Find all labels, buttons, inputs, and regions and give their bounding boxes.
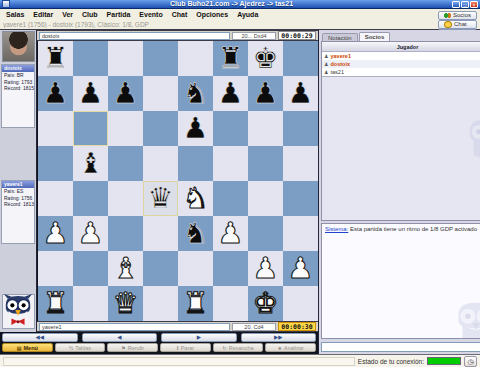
- member-row-dostoix[interactable]: ♟dostoixBR1793: [322, 60, 480, 68]
- square-h6[interactable]: [283, 111, 318, 146]
- rendir-button[interactable]: ⚑Rendir: [107, 343, 158, 352]
- square-d7[interactable]: [143, 76, 178, 111]
- member-row-tas21[interactable]: ♟tas21ES1928: [322, 68, 480, 76]
- square-g3[interactable]: [248, 216, 283, 251]
- analizar-button[interactable]: ★Analizar: [265, 343, 316, 352]
- square-b5[interactable]: ♝: [73, 146, 108, 181]
- status-spacer: [3, 357, 355, 366]
- white-rook[interactable]: ♜: [43, 289, 69, 318]
- owl-watermark: [466, 117, 480, 163]
- main-area: dostoix País: BR Rating: 1793 Récord: 18…: [0, 30, 480, 354]
- square-d6[interactable]: [143, 111, 178, 146]
- member-name: dostoix: [330, 61, 350, 67]
- black-pawn[interactable]: ♟: [218, 79, 244, 108]
- clock-icon[interactable]: ◷: [464, 356, 477, 367]
- square-e1[interactable]: ♜: [178, 286, 213, 321]
- prev-move-button[interactable]: ◀: [82, 333, 158, 342]
- members-table: Jugador País ELO ♟yavere1ES1756♟dostoixB…: [322, 42, 480, 77]
- opponent-last-move: 20... Dxd4: [232, 32, 276, 40]
- analyze-icon: ★: [278, 345, 282, 351]
- system-sender-link[interactable]: Sistema:: [325, 226, 348, 232]
- player-card: yavere1 País: ES Rating: 1756 Récord: 18…: [1, 180, 35, 244]
- square-c4[interactable]: [108, 181, 143, 216]
- member-name: yavere1: [330, 53, 351, 59]
- square-c5[interactable]: [108, 146, 143, 181]
- socios-panel: Jugador País ELO ♟yavere1ES1756♟dostoixB…: [321, 41, 480, 221]
- owl-watermark: [454, 300, 480, 339]
- window-title: Club Buho21.com -> Ajedrez -> tas21: [12, 0, 451, 8]
- table-header: Jugador País ELO: [322, 42, 480, 52]
- parar-button-label: Parar: [181, 345, 194, 351]
- player-name: yavere1: [2, 181, 34, 188]
- square-c2[interactable]: ♝: [108, 251, 143, 286]
- square-a3[interactable]: ♟: [38, 216, 73, 251]
- opponent-strip: dostoix 20... Dxd4 00:00:29: [37, 30, 318, 41]
- chess-board[interactable]: ♜♜♚♟♟♟♞♟♟♟♟♝♛♞♟♟♞♟♝♟♟♜♛♜♚: [38, 41, 318, 321]
- menu-evento[interactable]: Evento: [139, 11, 162, 18]
- connection-indicator: [427, 357, 461, 365]
- square-f4[interactable]: [213, 181, 248, 216]
- square-a7[interactable]: ♟: [38, 76, 73, 111]
- black-pawn[interactable]: ♟: [288, 79, 314, 108]
- black-pawn[interactable]: ♟: [43, 79, 69, 108]
- black-pawn[interactable]: ♟: [253, 79, 279, 108]
- square-b8[interactable]: [73, 41, 108, 76]
- chat-icon: [444, 21, 452, 28]
- resign-flag-icon: ⚑: [121, 345, 125, 351]
- black-pawn[interactable]: ♟: [78, 79, 104, 108]
- square-g2[interactable]: ♟: [248, 251, 283, 286]
- analizar-button-label: Analizar: [284, 345, 304, 351]
- watermark-area: [322, 77, 480, 220]
- member-name-cell: ♟dostoix: [322, 61, 480, 67]
- member-icon: ♟: [324, 53, 328, 59]
- white-pawn[interactable]: ♟: [288, 254, 314, 283]
- revancha-button-label: Revancha: [229, 345, 254, 351]
- square-c6[interactable]: [108, 111, 143, 146]
- white-pawn[interactable]: ♟: [78, 219, 104, 248]
- square-h1[interactable]: [283, 286, 318, 321]
- right-panel: NotaciónSocios Jugador País ELO ♟yavere1…: [318, 30, 480, 354]
- square-f7[interactable]: ♟: [213, 76, 248, 111]
- player-name-field: yavere1: [39, 323, 230, 331]
- player-strip: yavere1 20. Cd4 00:00:30: [37, 321, 318, 332]
- square-f3[interactable]: ♟: [213, 216, 248, 251]
- white-rook[interactable]: ♜: [183, 289, 209, 318]
- black-rook[interactable]: ♜: [218, 44, 244, 73]
- first-move-button[interactable]: ◀◀: [2, 333, 78, 342]
- white-knight[interactable]: ♞: [183, 184, 209, 213]
- revancha-button[interactable]: ↻Revancha: [213, 343, 264, 352]
- square-d1[interactable]: [143, 286, 178, 321]
- rematch-icon: ↻: [223, 345, 227, 351]
- chat-input-row: ☺ Enviar: [319, 339, 480, 354]
- game-info-text: yavere1 (1756) - dostoix (1793), Clásico…: [3, 21, 435, 28]
- menu-editar[interactable]: Editar: [33, 11, 53, 18]
- opponent-name-field: dostoix: [39, 32, 230, 40]
- square-g6[interactable]: [248, 111, 283, 146]
- black-pawn[interactable]: ♟: [113, 79, 139, 108]
- square-d5[interactable]: [143, 146, 178, 181]
- black-king[interactable]: ♚: [253, 44, 279, 73]
- square-f6[interactable]: [213, 111, 248, 146]
- socios-button-label: Socios: [453, 12, 471, 18]
- player-last-move: 20. Cd4: [232, 323, 276, 331]
- black-knight[interactable]: ♞: [183, 79, 209, 108]
- square-d3[interactable]: [143, 216, 178, 251]
- maximize-button[interactable]: □: [461, 1, 469, 8]
- square-g8[interactable]: ♚: [248, 41, 283, 76]
- member-icon: ♟: [324, 61, 328, 67]
- minimize-button[interactable]: _: [452, 1, 460, 8]
- next-move-button[interactable]: ▶: [161, 333, 237, 342]
- member-row-yavere1[interactable]: ♟yavere1ES1756: [322, 52, 480, 60]
- menú-button[interactable]: ▤Menú: [2, 343, 53, 352]
- square-a2[interactable]: [38, 251, 73, 286]
- square-d4[interactable]: ♛: [143, 181, 178, 216]
- square-c7[interactable]: ♟: [108, 76, 143, 111]
- menu-partida[interactable]: Partida: [107, 11, 131, 18]
- opponent-name: dostoix: [2, 65, 34, 72]
- square-g1[interactable]: ♚: [248, 286, 283, 321]
- last-move-button[interactable]: ▶▶: [241, 333, 317, 342]
- square-e8[interactable]: [178, 41, 213, 76]
- tab-notación[interactable]: Notación: [322, 33, 358, 41]
- menu-icon: ▤: [17, 345, 22, 351]
- square-b7[interactable]: ♟: [73, 76, 108, 111]
- header-jugador: Jugador: [322, 44, 480, 50]
- left-area: dostoix País: BR Rating: 1793 Récord: 18…: [0, 30, 318, 354]
- square-a6[interactable]: [38, 111, 73, 146]
- content-row: dostoix País: BR Rating: 1793 Récord: 18…: [0, 30, 318, 332]
- square-h2[interactable]: ♟: [283, 251, 318, 286]
- square-g5[interactable]: [248, 146, 283, 181]
- opponent-card: dostoix País: BR Rating: 1793 Récord: 18…: [1, 64, 35, 128]
- member-name-cell: ♟yavere1: [322, 53, 480, 59]
- chat-input[interactable]: [321, 342, 480, 352]
- square-e6[interactable]: ♟: [178, 111, 213, 146]
- menu-opciones[interactable]: Opciones: [196, 11, 228, 18]
- square-d2[interactable]: [143, 251, 178, 286]
- socios-button[interactable]: Socios: [438, 11, 477, 20]
- square-b2[interactable]: [73, 251, 108, 286]
- square-a5[interactable]: [38, 146, 73, 181]
- square-e2[interactable]: [178, 251, 213, 286]
- black-bishop[interactable]: ♝: [78, 149, 104, 178]
- chat-message-area: Sistema: Esta partida tiene un ritmo de …: [321, 223, 480, 339]
- parar-button[interactable]: ‖Parar: [160, 343, 211, 352]
- socios-icon: [444, 13, 451, 18]
- menu-ver[interactable]: Ver: [62, 11, 73, 18]
- white-king[interactable]: ♚: [253, 289, 279, 318]
- white-queen[interactable]: ♛: [113, 289, 139, 318]
- player-clock: 00:00:30: [278, 322, 316, 331]
- square-e3[interactable]: ♞: [178, 216, 213, 251]
- chat-button[interactable]: Chat: [438, 20, 477, 29]
- system-message-text: Esta partida tiene un ritmo de 1/8 GDP a…: [348, 226, 477, 232]
- tablas-button[interactable]: ½Tablas: [55, 343, 106, 352]
- pause-icon: ‖: [177, 345, 179, 351]
- square-d8[interactable]: [143, 41, 178, 76]
- square-e7[interactable]: ♞: [178, 76, 213, 111]
- black-rook[interactable]: ♜: [43, 44, 69, 73]
- toolbar: yavere1 (1756) - dostoix (1793), Clásico…: [0, 19, 480, 30]
- white-pawn[interactable]: ♟: [253, 254, 279, 283]
- square-h4[interactable]: [283, 181, 318, 216]
- black-pawn[interactable]: ♟: [183, 114, 209, 143]
- square-h5[interactable]: [283, 146, 318, 181]
- close-button[interactable]: ×: [470, 1, 478, 8]
- square-a1[interactable]: ♜: [38, 286, 73, 321]
- move-nav-row: ◀◀◀▶▶▶: [0, 332, 318, 342]
- square-g4[interactable]: [248, 181, 283, 216]
- player-sidebar: dostoix País: BR Rating: 1793 Récord: 18…: [0, 30, 37, 332]
- status-bar: Estado de tu conexión: ◷: [0, 354, 480, 367]
- square-h7[interactable]: ♟: [283, 76, 318, 111]
- draw-icon: ½: [69, 345, 73, 351]
- square-b4[interactable]: [73, 181, 108, 216]
- square-e5[interactable]: [178, 146, 213, 181]
- connection-label: Estado de tu conexión:: [358, 358, 424, 365]
- black-queen[interactable]: ♛: [148, 184, 174, 213]
- square-e4[interactable]: ♞: [178, 181, 213, 216]
- menu-ayuda[interactable]: Ayuda: [237, 11, 258, 18]
- buho21-mascot-logo: [2, 294, 35, 329]
- square-c3[interactable]: [108, 216, 143, 251]
- square-h8[interactable]: [283, 41, 318, 76]
- owl-icon: [3, 294, 33, 330]
- square-a4[interactable]: [38, 181, 73, 216]
- action-button-row: ▤Menú½Tablas⚑Rendir‖Parar↻Revancha★Anali…: [0, 342, 318, 354]
- menu-chat[interactable]: Chat: [172, 11, 188, 18]
- square-f2[interactable]: [213, 251, 248, 286]
- square-f8[interactable]: ♜: [213, 41, 248, 76]
- square-c8[interactable]: [108, 41, 143, 76]
- tab-socios[interactable]: Socios: [359, 32, 391, 41]
- app-icon: [2, 0, 10, 8]
- square-f5[interactable]: [213, 146, 248, 181]
- board-column: dostoix 20... Dxd4 00:00:29 ♜♜♚♟♟♟♞♟♟♟♟♝…: [37, 30, 318, 332]
- member-icon: ♟: [324, 69, 328, 75]
- square-b1[interactable]: [73, 286, 108, 321]
- square-c1[interactable]: ♛: [108, 286, 143, 321]
- black-knight[interactable]: ♞: [183, 219, 209, 248]
- member-name: tas21: [330, 69, 343, 75]
- square-b3[interactable]: ♟: [73, 216, 108, 251]
- right-panel-tabs: NotaciónSocios: [319, 30, 480, 41]
- member-name-cell: ♟tas21: [322, 69, 480, 75]
- white-pawn[interactable]: ♟: [218, 219, 244, 248]
- player-record: Récord: 1813: [2, 201, 34, 208]
- square-g7[interactable]: ♟: [248, 76, 283, 111]
- menú-button-label: Menú: [24, 345, 38, 351]
- title-bar: Club Buho21.com -> Ajedrez -> tas21 _ □ …: [0, 0, 480, 9]
- menu-bar: SalasEditarVerClubPartidaEventoChatOpcio…: [0, 9, 480, 19]
- chat-button-label: Chat: [454, 21, 467, 27]
- menu-club[interactable]: Club: [82, 11, 98, 18]
- chess-app-window: Club Buho21.com -> Ajedrez -> tas21 _ □ …: [0, 0, 480, 367]
- menu-salas[interactable]: Salas: [6, 11, 24, 18]
- white-pawn[interactable]: ♟: [43, 219, 69, 248]
- system-message: Sistema: Esta partida tiene un ritmo de …: [325, 226, 480, 234]
- square-b6[interactable]: [73, 111, 108, 146]
- tablas-button-label: Tablas: [75, 345, 91, 351]
- opponent-record: Récord: 1815: [2, 85, 34, 92]
- square-a8[interactable]: ♜: [38, 41, 73, 76]
- square-h3[interactable]: [283, 216, 318, 251]
- rendir-button-label: Rendir: [128, 345, 144, 351]
- square-f1[interactable]: [213, 286, 248, 321]
- white-bishop[interactable]: ♝: [113, 254, 139, 283]
- opponent-clock: 00:00:29: [278, 31, 316, 40]
- webcam-photo: [2, 31, 35, 62]
